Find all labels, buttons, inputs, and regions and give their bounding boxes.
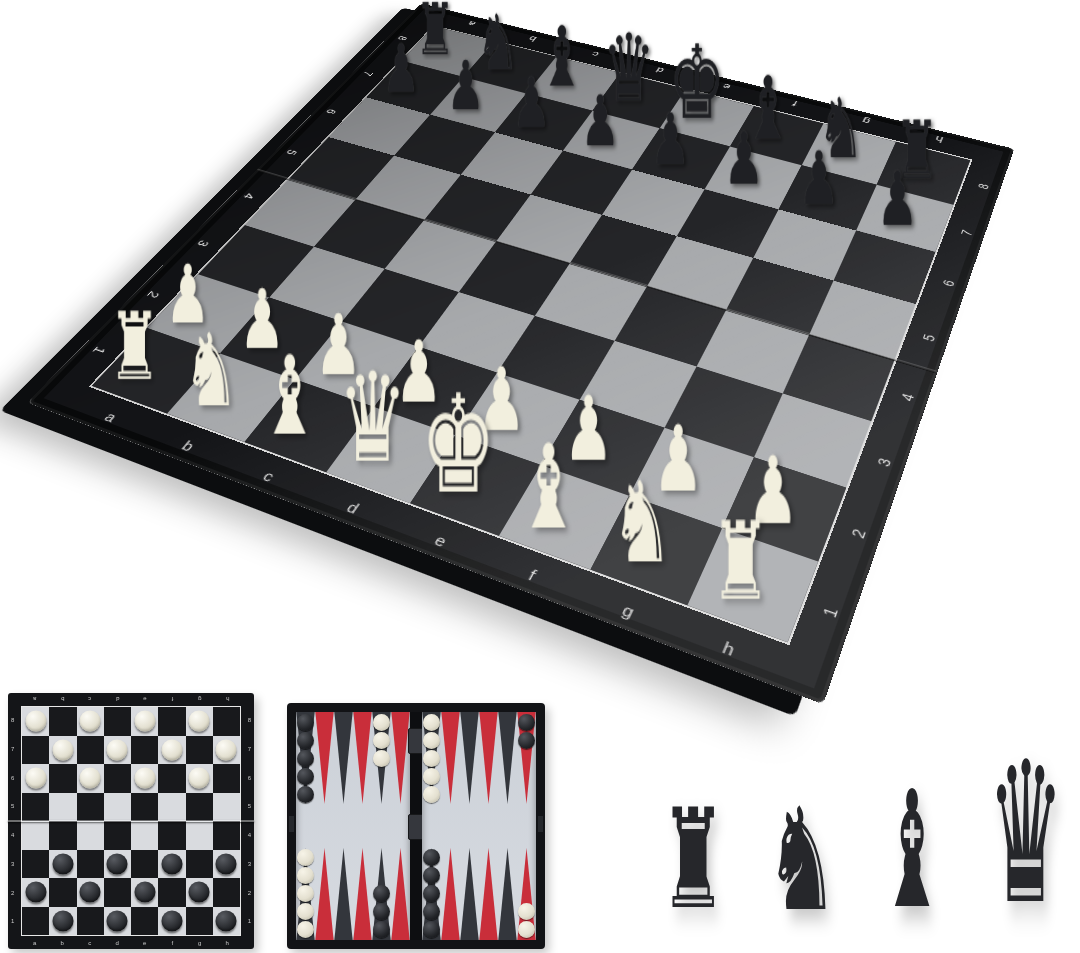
backgammon-left-half bbox=[296, 712, 410, 940]
white-backgammon-checker bbox=[423, 750, 440, 767]
white-backgammon-checker bbox=[518, 921, 535, 938]
lineup-queen: ♛ bbox=[987, 745, 1063, 925]
black-checker-piece bbox=[216, 853, 237, 874]
checkers-square-h3 bbox=[213, 850, 240, 879]
black-checker-piece bbox=[107, 853, 128, 874]
checkers-rank-label: 7 bbox=[11, 735, 14, 764]
backgammon-inner bbox=[296, 712, 536, 940]
black-backgammon-checker bbox=[518, 732, 535, 749]
checkers-rank-label: 4 bbox=[11, 821, 14, 850]
checkers-rank-label: 8 bbox=[11, 706, 14, 735]
checkers-rank-label: 3 bbox=[248, 850, 251, 879]
white-backgammon-checker bbox=[423, 732, 440, 749]
checkers-square-b8 bbox=[49, 707, 76, 736]
piece-white-king-e1: ♚ bbox=[418, 376, 499, 512]
checkers-square-h7 bbox=[213, 736, 240, 765]
checkers-square-f2 bbox=[158, 878, 185, 907]
black-backgammon-checker bbox=[297, 732, 314, 749]
checkers-square-b2 bbox=[49, 878, 76, 907]
checkers-square-d3 bbox=[104, 850, 131, 879]
bg-point-top-4 bbox=[353, 712, 372, 804]
checkers-rank-label: 6 bbox=[248, 764, 251, 793]
piece-black-pawn-a7: ♟ bbox=[372, 35, 431, 102]
checkers-file-label: h bbox=[214, 940, 242, 946]
checkers-square-g3 bbox=[186, 850, 213, 879]
black-checker-piece bbox=[107, 910, 128, 931]
checkers-square-a8 bbox=[22, 707, 49, 736]
piece-white-knight-g1: ♞ bbox=[600, 467, 685, 579]
checkers-square-b3 bbox=[49, 850, 76, 879]
checkers-square-d2 bbox=[104, 878, 131, 907]
bg-point-top-3 bbox=[334, 712, 353, 804]
bg-point-top-10 bbox=[479, 712, 498, 804]
checkers-square-g6 bbox=[186, 764, 213, 793]
checkers-square-g1 bbox=[186, 907, 213, 936]
checkers-square-a1 bbox=[22, 907, 49, 936]
white-checker-piece bbox=[25, 711, 46, 732]
white-backgammon-checker bbox=[518, 903, 535, 920]
piece-white-bishop-c1: ♝ bbox=[251, 341, 329, 450]
bg-point-bot-6 bbox=[391, 848, 410, 940]
checkers-board: aabbccddeeffgghh1122334455667788 bbox=[8, 693, 254, 949]
checkers-square-d4 bbox=[104, 821, 131, 850]
case-latch-right bbox=[538, 816, 543, 832]
checkers-square-c1 bbox=[77, 907, 104, 936]
checkers-square-b4 bbox=[49, 821, 76, 850]
piece-black-pawn-d7: ♟ bbox=[569, 86, 631, 156]
checkers-square-h1 bbox=[213, 907, 240, 936]
black-checker-piece bbox=[52, 910, 73, 931]
checkers-square-a2 bbox=[22, 878, 49, 907]
piece-black-pawn-g7: ♟ bbox=[786, 142, 851, 216]
checkers-square-f7 bbox=[158, 736, 185, 765]
piece-black-pawn-h7: ♟ bbox=[864, 161, 930, 236]
checkers-rank-label: 3 bbox=[11, 850, 14, 879]
checkers-square-d5 bbox=[104, 793, 131, 822]
piece-white-knight-b1: ♞ bbox=[172, 320, 248, 421]
black-backgammon-checker bbox=[423, 921, 440, 938]
checkers-file-label: h bbox=[214, 696, 242, 702]
checkers-file-label: c bbox=[76, 940, 104, 946]
white-backgammon-checker bbox=[423, 714, 440, 731]
checkers-square-b7 bbox=[49, 736, 76, 765]
white-backgammon-checker bbox=[297, 903, 314, 920]
checkers-square-f6 bbox=[158, 764, 185, 793]
white-checker-piece bbox=[25, 768, 46, 789]
black-backgammon-checker bbox=[423, 867, 440, 884]
checkers-square-c7 bbox=[77, 736, 104, 765]
checkers-square-f5 bbox=[158, 793, 185, 822]
checkers-square-c4 bbox=[77, 821, 104, 850]
black-backgammon-checker bbox=[423, 903, 440, 920]
piece-white-rook-a1: ♜ bbox=[97, 300, 172, 393]
checkers-file-label: g bbox=[186, 940, 214, 946]
checkers-square-g8 bbox=[186, 707, 213, 736]
bg-point-top-8 bbox=[441, 712, 460, 804]
black-checker-piece bbox=[134, 882, 155, 903]
checkers-square-a6 bbox=[22, 764, 49, 793]
black-backgammon-checker bbox=[518, 714, 535, 731]
black-checker-piece bbox=[161, 910, 182, 931]
bg-point-bot-8 bbox=[441, 848, 460, 940]
checkers-square-e7 bbox=[131, 736, 158, 765]
white-backgammon-checker bbox=[423, 768, 440, 785]
bg-point-bot-9 bbox=[460, 848, 479, 940]
backgammon-board bbox=[287, 703, 545, 949]
checkers-square-h4 bbox=[213, 821, 240, 850]
bg-point-bot-10 bbox=[479, 848, 498, 940]
checkers-file-label: f bbox=[159, 940, 187, 946]
black-piece-lineup: ♜♞♝♛♚ bbox=[652, 735, 1080, 925]
square-a4 bbox=[245, 179, 355, 246]
chess-board-frame: ♜♞♝♛♚♝♞♜♟♟♟♟♟♟♟♟♟♟♟♟♟♟♟♟♜♞♝♛♚♝♞♜ aabbccd… bbox=[27, 3, 1014, 704]
black-checker-piece bbox=[25, 882, 46, 903]
bg-point-bot-2 bbox=[315, 848, 334, 940]
white-checker-piece bbox=[216, 739, 237, 760]
white-checker-piece bbox=[80, 768, 101, 789]
checkers-square-a7 bbox=[22, 736, 49, 765]
white-backgammon-checker bbox=[373, 732, 390, 749]
checkers-file-label: b bbox=[49, 940, 77, 946]
piece-black-pawn-e7: ♟ bbox=[639, 104, 702, 175]
checkers-square-e4 bbox=[131, 821, 158, 850]
black-backgammon-checker bbox=[297, 786, 314, 803]
white-checker-piece bbox=[107, 739, 128, 760]
chess-board-3d: ♜♞♝♛♚♝♞♜♟♟♟♟♟♟♟♟♟♟♟♟♟♟♟♟♜♞♝♛♚♝♞♜ aabbccd… bbox=[27, 3, 1014, 704]
checkers-square-h6 bbox=[213, 764, 240, 793]
white-backgammon-checker bbox=[423, 786, 440, 803]
checkers-file-label: b bbox=[49, 696, 77, 702]
checkers-square-h5 bbox=[213, 793, 240, 822]
checkers-file-label: e bbox=[131, 940, 159, 946]
case-latch-left bbox=[289, 816, 294, 832]
white-backgammon-checker bbox=[373, 714, 390, 731]
checkers-square-c5 bbox=[77, 793, 104, 822]
checkers-square-b1 bbox=[49, 907, 76, 936]
black-backgammon-checker bbox=[373, 885, 390, 902]
white-checker-piece bbox=[189, 711, 210, 732]
piece-black-pawn-f7: ♟ bbox=[712, 122, 776, 194]
checkers-rank-label: 1 bbox=[248, 907, 251, 936]
checkers-square-c6 bbox=[77, 764, 104, 793]
bg-point-bot-11 bbox=[498, 848, 517, 940]
black-checker-piece bbox=[161, 853, 182, 874]
white-checker-piece bbox=[161, 739, 182, 760]
bg-point-top-11 bbox=[498, 712, 517, 804]
checkers-square-g4 bbox=[186, 821, 213, 850]
checkers-square-a3 bbox=[22, 850, 49, 879]
checkers-file-label: g bbox=[186, 696, 214, 702]
checkers-square-c3 bbox=[77, 850, 104, 879]
rank-label: 6 bbox=[295, 98, 368, 126]
white-checker-piece bbox=[80, 711, 101, 732]
checkers-rank-label: 2 bbox=[11, 879, 14, 908]
piece-black-pawn-c7: ♟ bbox=[501, 69, 562, 138]
piece-white-rook-h1: ♜ bbox=[697, 507, 784, 615]
checkers-file-label: c bbox=[76, 696, 104, 702]
white-checker-piece bbox=[134, 768, 155, 789]
checkers-square-g2 bbox=[186, 878, 213, 907]
rank-label: 5 bbox=[254, 138, 330, 168]
checkers-square-g5 bbox=[186, 793, 213, 822]
black-backgammon-checker bbox=[297, 768, 314, 785]
black-backgammon-checker bbox=[297, 714, 314, 731]
lineup-knight: ♞ bbox=[766, 794, 840, 925]
backgammon-right-half bbox=[422, 712, 536, 940]
black-backgammon-checker bbox=[423, 849, 440, 866]
bg-point-top-6 bbox=[391, 712, 410, 804]
checkers-file-label: f bbox=[159, 696, 187, 702]
checkers-rank-label: 8 bbox=[248, 706, 251, 735]
black-checker-piece bbox=[189, 882, 210, 903]
product-photo: ♜♞♝♛♚♝♞♜♟♟♟♟♟♟♟♟♟♟♟♟♟♟♟♟♜♞♝♛♚♝♞♜ aabbccd… bbox=[0, 0, 1080, 953]
black-checker-piece bbox=[52, 853, 73, 874]
black-backgammon-checker bbox=[373, 903, 390, 920]
checkers-square-d1 bbox=[104, 907, 131, 936]
checkers-square-f8 bbox=[158, 707, 185, 736]
checkers-square-d8 bbox=[104, 707, 131, 736]
checkers-rank-label: 7 bbox=[248, 735, 251, 764]
checkers-rank-label: 1 bbox=[11, 907, 14, 936]
bg-point-top-9 bbox=[460, 712, 479, 804]
checkers-rank-label: 6 bbox=[11, 764, 14, 793]
checkers-file-label: a bbox=[21, 696, 49, 702]
checkers-square-c8 bbox=[77, 707, 104, 736]
white-checker-piece bbox=[134, 711, 155, 732]
black-backgammon-checker bbox=[297, 750, 314, 767]
black-checker-piece bbox=[80, 882, 101, 903]
checkers-file-label: e bbox=[131, 696, 159, 702]
checkers-square-f3 bbox=[158, 850, 185, 879]
backgammon-hinge bbox=[410, 712, 422, 940]
checkers-rank-label: 4 bbox=[248, 821, 251, 850]
checkers-square-a4 bbox=[22, 821, 49, 850]
checkers-square-e5 bbox=[131, 793, 158, 822]
bg-point-bot-3 bbox=[334, 848, 353, 940]
square-h5 bbox=[809, 280, 916, 360]
piece-black-pawn-b7: ♟ bbox=[435, 52, 495, 120]
black-checker-piece bbox=[216, 910, 237, 931]
black-backgammon-checker bbox=[423, 885, 440, 902]
checkers-fold-seam bbox=[8, 820, 254, 822]
checkers-square-f1 bbox=[158, 907, 185, 936]
checkers-square-g7 bbox=[186, 736, 213, 765]
checkers-square-b6 bbox=[49, 764, 76, 793]
white-backgammon-checker bbox=[297, 921, 314, 938]
checkers-square-e6 bbox=[131, 764, 158, 793]
black-backgammon-checker bbox=[373, 921, 390, 938]
checkers-file-label: a bbox=[21, 940, 49, 946]
checkers-square-c2 bbox=[77, 878, 104, 907]
white-backgammon-checker bbox=[297, 885, 314, 902]
lineup-rook: ♜ bbox=[660, 798, 726, 925]
piece-white-queen-d1: ♛ bbox=[333, 357, 412, 481]
checkers-square-e3 bbox=[131, 850, 158, 879]
checkers-rank-label: 2 bbox=[248, 879, 251, 908]
checkers-square-h2 bbox=[213, 878, 240, 907]
checkers-square-b5 bbox=[49, 793, 76, 822]
checkers-square-d6 bbox=[104, 764, 131, 793]
lineup-bishop: ♝ bbox=[880, 776, 946, 925]
checkers-square-d7 bbox=[104, 736, 131, 765]
chess-field: ♜♞♝♛♚♝♞♜♟♟♟♟♟♟♟♟♟♟♟♟♟♟♟♟♜♞♝♛♚♝♞♜ bbox=[89, 25, 973, 645]
checkers-square-e8 bbox=[131, 707, 158, 736]
checkers-square-f4 bbox=[158, 821, 185, 850]
white-backgammon-checker bbox=[373, 750, 390, 767]
checkers-square-e2 bbox=[131, 878, 158, 907]
white-checker-piece bbox=[52, 739, 73, 760]
white-checker-piece bbox=[189, 768, 210, 789]
checkers-file-label: d bbox=[104, 940, 132, 946]
white-backgammon-checker bbox=[297, 849, 314, 866]
checkers-square-e1 bbox=[131, 907, 158, 936]
bg-point-top-2 bbox=[315, 712, 334, 804]
piece-white-bishop-f1: ♝ bbox=[507, 429, 590, 545]
white-backgammon-checker bbox=[297, 867, 314, 884]
checkers-square-a5 bbox=[22, 793, 49, 822]
checkers-rank-label: 5 bbox=[11, 792, 14, 821]
checkers-rank-label: 5 bbox=[248, 792, 251, 821]
checkers-square-h8 bbox=[213, 707, 240, 736]
bg-point-bot-4 bbox=[353, 848, 372, 940]
checkers-file-label: d bbox=[104, 696, 132, 702]
